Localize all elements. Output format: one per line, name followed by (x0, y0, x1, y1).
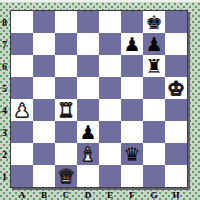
file-label-f: F (121, 189, 143, 200)
square-a5[interactable] (11, 77, 33, 99)
white-rook-piece[interactable]: ♜ (57, 99, 74, 121)
rank-labels: 87654321 (0, 11, 9, 187)
square-g1[interactable] (143, 165, 165, 187)
square-b5[interactable] (33, 77, 55, 99)
square-c1[interactable]: ♛ (55, 165, 77, 187)
square-f7[interactable]: ♟ (121, 33, 143, 55)
square-a8[interactable] (11, 11, 33, 33)
square-e8[interactable] (99, 11, 121, 33)
square-f6[interactable] (121, 55, 143, 77)
square-g8[interactable]: ♚ (143, 11, 165, 33)
black-queen-piece[interactable]: ♛ (123, 143, 140, 165)
square-a3[interactable] (11, 121, 33, 143)
square-f2[interactable]: ♛ (121, 143, 143, 165)
square-g4[interactable] (143, 99, 165, 121)
square-f3[interactable] (121, 121, 143, 143)
file-label-d: D (77, 189, 99, 200)
file-label-a: A (11, 189, 33, 200)
square-d3[interactable]: ♟ (77, 121, 99, 143)
square-g7[interactable]: ♟ (143, 33, 165, 55)
square-c6[interactable] (55, 55, 77, 77)
square-e4[interactable] (99, 99, 121, 121)
square-d2[interactable]: ♝ (77, 143, 99, 165)
board-grid: ♚♟♟♜♚♟♜♟♝♛♛ (10, 10, 188, 188)
black-pawn-piece[interactable]: ♟ (79, 121, 96, 143)
square-e3[interactable] (99, 121, 121, 143)
square-g6[interactable]: ♜ (143, 55, 165, 77)
square-h1[interactable] (165, 165, 187, 187)
square-d6[interactable] (77, 55, 99, 77)
white-bishop-piece[interactable]: ♝ (79, 143, 96, 165)
square-c8[interactable] (55, 11, 77, 33)
square-b1[interactable] (33, 165, 55, 187)
square-e1[interactable] (99, 165, 121, 187)
square-a2[interactable] (11, 143, 33, 165)
rank-label-7: 7 (0, 33, 9, 55)
square-a6[interactable] (11, 55, 33, 77)
white-queen-piece[interactable]: ♛ (57, 165, 74, 187)
square-f8[interactable] (121, 11, 143, 33)
square-h4[interactable] (165, 99, 187, 121)
black-pawn-piece[interactable]: ♟ (145, 33, 162, 55)
square-h6[interactable] (165, 55, 187, 77)
square-d8[interactable] (77, 11, 99, 33)
black-king-piece[interactable]: ♚ (145, 11, 162, 33)
square-h5[interactable]: ♚ (165, 77, 187, 99)
square-b4[interactable] (33, 99, 55, 121)
file-label-h: H (165, 189, 187, 200)
square-d7[interactable] (77, 33, 99, 55)
file-label-g: G (143, 189, 165, 200)
white-king-piece[interactable]: ♚ (167, 77, 184, 99)
white-pawn-piece[interactable]: ♟ (13, 99, 30, 121)
black-rook-piece[interactable]: ♜ (145, 55, 162, 77)
square-b8[interactable] (33, 11, 55, 33)
square-d4[interactable] (77, 99, 99, 121)
square-b6[interactable] (33, 55, 55, 77)
square-b7[interactable] (33, 33, 55, 55)
square-d1[interactable] (77, 165, 99, 187)
rank-label-2: 2 (0, 143, 9, 165)
square-h8[interactable] (165, 11, 187, 33)
square-a4[interactable]: ♟ (11, 99, 33, 121)
square-c5[interactable] (55, 77, 77, 99)
square-c4[interactable]: ♜ (55, 99, 77, 121)
rank-label-6: 6 (0, 55, 9, 77)
chessboard-widget: 87654321 ♚♟♟♜♚♟♜♟♝♛♛ ABCDEFGH (0, 0, 200, 200)
square-c3[interactable] (55, 121, 77, 143)
square-f4[interactable] (121, 99, 143, 121)
rank-label-1: 1 (0, 165, 9, 187)
square-f5[interactable] (121, 77, 143, 99)
rank-label-5: 5 (0, 77, 9, 99)
square-b3[interactable] (33, 121, 55, 143)
file-label-c: C (55, 189, 77, 200)
square-e6[interactable] (99, 55, 121, 77)
square-c2[interactable] (55, 143, 77, 165)
rank-label-8: 8 (0, 11, 9, 33)
square-a1[interactable] (11, 165, 33, 187)
square-g2[interactable] (143, 143, 165, 165)
square-h7[interactable] (165, 33, 187, 55)
file-label-b: B (33, 189, 55, 200)
file-labels: ABCDEFGH (11, 189, 187, 200)
rank-label-4: 4 (0, 99, 9, 121)
square-c7[interactable] (55, 33, 77, 55)
black-pawn-piece[interactable]: ♟ (123, 33, 140, 55)
square-g3[interactable] (143, 121, 165, 143)
square-h2[interactable] (165, 143, 187, 165)
square-e5[interactable] (99, 77, 121, 99)
file-label-e: E (99, 189, 121, 200)
square-h3[interactable] (165, 121, 187, 143)
square-e2[interactable] (99, 143, 121, 165)
square-e7[interactable] (99, 33, 121, 55)
square-f1[interactable] (121, 165, 143, 187)
square-a7[interactable] (11, 33, 33, 55)
square-g5[interactable] (143, 77, 165, 99)
square-d5[interactable] (77, 77, 99, 99)
square-b2[interactable] (33, 143, 55, 165)
rank-label-3: 3 (0, 121, 9, 143)
